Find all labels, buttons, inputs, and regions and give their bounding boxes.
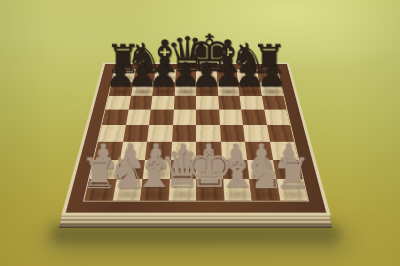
square-a5 [102, 110, 128, 125]
square-a6 [106, 96, 131, 110]
square-d6 [173, 96, 196, 110]
photo-scene: ♜♞♝♛♚♝♞♜♟♟♟♟♟♟♟♟♟♟♟♟♟♟♟♟♜♞♝♛♚♝♞♜ [0, 0, 400, 266]
square-h6 [261, 96, 286, 110]
square-g5 [241, 110, 266, 125]
square-h7: ♟ [259, 82, 283, 95]
square-f6 [218, 96, 241, 110]
square-c5 [149, 110, 173, 125]
square-e6 [196, 96, 219, 110]
square-b6 [128, 96, 152, 110]
square-e5 [196, 110, 220, 125]
board-perspective-wrap: ♜♞♝♛♚♝♞♜♟♟♟♟♟♟♟♟♟♟♟♟♟♟♟♟♜♞♝♛♚♝♞♜ [86, 10, 306, 240]
square-c6 [151, 96, 174, 110]
square-d5 [173, 110, 197, 125]
square-f5 [219, 110, 243, 125]
square-h1: ♜ [276, 179, 308, 200]
chess-board: ♜♞♝♛♚♝♞♜♟♟♟♟♟♟♟♟♟♟♟♟♟♟♟♟♜♞♝♛♚♝♞♜ [61, 63, 330, 216]
board-grid: ♜♞♝♛♚♝♞♜♟♟♟♟♟♟♟♟♟♟♟♟♟♟♟♟♜♞♝♛♚♝♞♜ [83, 70, 309, 202]
piece-white-rook: ♜ [266, 153, 318, 195]
piece-black-pawn: ♟ [251, 58, 292, 92]
square-b5 [126, 110, 151, 125]
square-h5 [264, 110, 290, 125]
square-g6 [240, 96, 264, 110]
